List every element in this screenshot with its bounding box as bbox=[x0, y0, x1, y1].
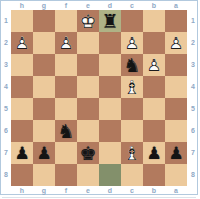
square-b5[interactable] bbox=[143, 98, 165, 120]
square-h3[interactable] bbox=[11, 54, 33, 76]
file-label-d: d bbox=[99, 186, 121, 195]
square-e3[interactable] bbox=[77, 54, 99, 76]
rank-label-1: 1 bbox=[1, 10, 11, 32]
square-c5[interactable] bbox=[121, 98, 143, 120]
file-labels-bottom: hgfedcba bbox=[11, 186, 187, 195]
square-d1[interactable]: ♜ bbox=[99, 10, 121, 32]
square-h7[interactable]: ♟ bbox=[11, 142, 33, 164]
square-b8[interactable] bbox=[143, 164, 165, 186]
file-labels-top: hgfedcba bbox=[11, 1, 187, 10]
rank-label-7: 7 bbox=[1, 142, 11, 164]
piece-black-king: ♚ bbox=[77, 142, 99, 164]
square-h6[interactable] bbox=[11, 120, 33, 142]
rank-label-7: 7 bbox=[188, 142, 198, 164]
file-label-c: c bbox=[121, 186, 143, 195]
rank-label-2: 2 bbox=[1, 32, 11, 54]
square-e8[interactable] bbox=[77, 164, 99, 186]
rank-label-3: 3 bbox=[1, 54, 11, 76]
rank-label-4: 4 bbox=[1, 76, 11, 98]
piece-white-bishop-fill: ♝ bbox=[121, 142, 143, 164]
rank-label-6: 6 bbox=[1, 120, 11, 142]
square-b1[interactable] bbox=[143, 10, 165, 32]
piece-white-bishop-fill: ♝ bbox=[121, 76, 143, 98]
square-f1[interactable] bbox=[55, 10, 77, 32]
file-label-g: g bbox=[33, 186, 55, 195]
square-a3[interactable] bbox=[165, 54, 187, 76]
piece-white-pawn: ♙ bbox=[121, 32, 143, 54]
rank-label-3: 3 bbox=[188, 54, 198, 76]
square-e1[interactable]: ♚♔ bbox=[77, 10, 99, 32]
square-h5[interactable] bbox=[11, 98, 33, 120]
square-d7[interactable] bbox=[99, 142, 121, 164]
chess-board: ♚♔♜♟♙♟♙♟♙♟♙♞♟♙♝♗♞♟♟♚♝♗♟♟ bbox=[11, 10, 187, 186]
piece-black-knight: ♞ bbox=[55, 120, 77, 142]
piece-white-pawn: ♙ bbox=[165, 32, 187, 54]
file-label-d: d bbox=[99, 1, 121, 10]
file-label-a: a bbox=[165, 186, 187, 195]
square-d6[interactable] bbox=[99, 120, 121, 142]
piece-black-knight: ♞ bbox=[121, 54, 143, 76]
piece-black-pawn: ♟ bbox=[165, 142, 187, 164]
square-g5[interactable] bbox=[33, 98, 55, 120]
square-b6[interactable] bbox=[143, 120, 165, 142]
file-label-a: a bbox=[165, 1, 187, 10]
square-h2[interactable]: ♟♙ bbox=[11, 32, 33, 54]
square-g7[interactable]: ♟ bbox=[33, 142, 55, 164]
square-b3[interactable]: ♟♙ bbox=[143, 54, 165, 76]
piece-white-king: ♔ bbox=[77, 10, 99, 32]
square-f3[interactable] bbox=[55, 54, 77, 76]
rank-label-8: 8 bbox=[188, 164, 198, 186]
square-c6[interactable] bbox=[121, 120, 143, 142]
square-f7[interactable] bbox=[55, 142, 77, 164]
file-label-e: e bbox=[77, 186, 99, 195]
rank-label-6: 6 bbox=[188, 120, 198, 142]
piece-white-pawn-fill: ♟ bbox=[11, 32, 33, 54]
piece-black-pawn: ♟ bbox=[11, 142, 33, 164]
square-b7[interactable]: ♟ bbox=[143, 142, 165, 164]
rank-label-8: 8 bbox=[1, 164, 11, 186]
square-f2[interactable]: ♟♙ bbox=[55, 32, 77, 54]
square-a4[interactable] bbox=[165, 76, 187, 98]
file-label-c: c bbox=[121, 1, 143, 10]
square-e4[interactable] bbox=[77, 76, 99, 98]
rank-labels-right: 12345678 bbox=[188, 10, 198, 186]
square-f4[interactable] bbox=[55, 76, 77, 98]
square-e6[interactable] bbox=[77, 120, 99, 142]
square-e7[interactable]: ♚ bbox=[77, 142, 99, 164]
square-f8[interactable] bbox=[55, 164, 77, 186]
piece-black-pawn: ♟ bbox=[143, 142, 165, 164]
square-f6[interactable]: ♞ bbox=[55, 120, 77, 142]
piece-white-pawn-fill: ♟ bbox=[165, 32, 187, 54]
square-g4[interactable] bbox=[33, 76, 55, 98]
file-label-b: b bbox=[143, 186, 165, 195]
square-g2[interactable] bbox=[33, 32, 55, 54]
square-a5[interactable] bbox=[165, 98, 187, 120]
square-a1[interactable] bbox=[165, 10, 187, 32]
piece-white-pawn: ♙ bbox=[11, 32, 33, 54]
square-d8[interactable] bbox=[99, 164, 121, 186]
square-g8[interactable] bbox=[33, 164, 55, 186]
square-c7[interactable]: ♝♗ bbox=[121, 142, 143, 164]
square-c4[interactable]: ♝♗ bbox=[121, 76, 143, 98]
square-d4[interactable] bbox=[99, 76, 121, 98]
square-g6[interactable] bbox=[33, 120, 55, 142]
rank-labels-left: 12345678 bbox=[1, 10, 11, 186]
square-d3[interactable] bbox=[99, 54, 121, 76]
square-d2[interactable] bbox=[99, 32, 121, 54]
divider-line bbox=[2, 197, 196, 198]
square-c3[interactable]: ♞ bbox=[121, 54, 143, 76]
file-label-g: g bbox=[33, 1, 55, 10]
square-a7[interactable]: ♟ bbox=[165, 142, 187, 164]
square-g1[interactable] bbox=[33, 10, 55, 32]
square-g3[interactable] bbox=[33, 54, 55, 76]
piece-white-pawn-fill: ♟ bbox=[121, 32, 143, 54]
square-h8[interactable] bbox=[11, 164, 33, 186]
square-a2[interactable]: ♟♙ bbox=[165, 32, 187, 54]
rank-label-4: 4 bbox=[188, 76, 198, 98]
square-f5[interactable] bbox=[55, 98, 77, 120]
piece-white-pawn: ♙ bbox=[143, 54, 165, 76]
square-b4[interactable] bbox=[143, 76, 165, 98]
rank-label-1: 1 bbox=[188, 10, 198, 32]
square-a6[interactable] bbox=[165, 120, 187, 142]
square-c2[interactable]: ♟♙ bbox=[121, 32, 143, 54]
piece-black-pawn: ♟ bbox=[33, 142, 55, 164]
file-label-h: h bbox=[11, 1, 33, 10]
piece-white-pawn-fill: ♟ bbox=[143, 54, 165, 76]
file-label-b: b bbox=[143, 1, 165, 10]
square-h1[interactable] bbox=[11, 10, 33, 32]
rank-label-2: 2 bbox=[188, 32, 198, 54]
rank-label-5: 5 bbox=[188, 98, 198, 120]
square-e2[interactable] bbox=[77, 32, 99, 54]
piece-white-king-fill: ♚ bbox=[77, 10, 99, 32]
square-d5[interactable] bbox=[99, 98, 121, 120]
square-h4[interactable] bbox=[11, 76, 33, 98]
square-b2[interactable] bbox=[143, 32, 165, 54]
square-a8[interactable] bbox=[165, 164, 187, 186]
piece-black-rook: ♜ bbox=[99, 10, 121, 32]
piece-white-pawn: ♙ bbox=[55, 32, 77, 54]
piece-white-bishop: ♗ bbox=[121, 76, 143, 98]
file-label-f: f bbox=[55, 186, 77, 195]
chess-diagram: hgfedcba 12345678 12345678 hgfedcba ♚♔♜♟… bbox=[0, 0, 200, 199]
square-e5[interactable] bbox=[77, 98, 99, 120]
square-c1[interactable] bbox=[121, 10, 143, 32]
file-label-f: f bbox=[55, 1, 77, 10]
piece-white-pawn-fill: ♟ bbox=[55, 32, 77, 54]
rank-label-5: 5 bbox=[1, 98, 11, 120]
piece-white-bishop: ♗ bbox=[121, 142, 143, 164]
file-label-h: h bbox=[11, 186, 33, 195]
square-c8[interactable] bbox=[121, 164, 143, 186]
file-label-e: e bbox=[77, 1, 99, 10]
